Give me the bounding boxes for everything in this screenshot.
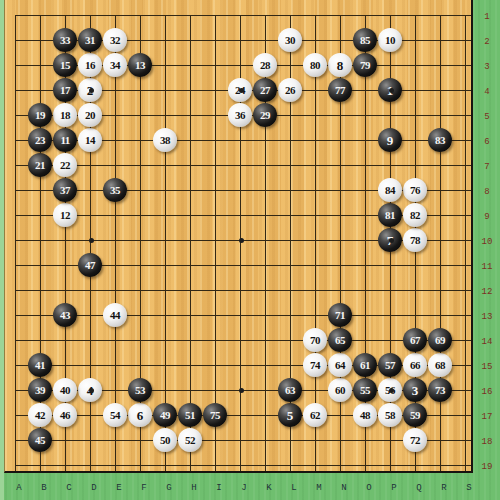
column-label: O — [357, 481, 382, 495]
stone-black-3: 3 — [403, 378, 427, 402]
move-number: 82 — [410, 210, 420, 221]
stone-black-59: 59 — [403, 403, 427, 427]
stone-white-38: 38 — [153, 128, 177, 152]
move-number: 29 — [260, 110, 270, 121]
stone-black-47: 47 — [78, 253, 102, 277]
stone-black-61: 61 — [353, 353, 377, 377]
stone-white-46: 46 — [53, 403, 77, 427]
move-number: 77 — [335, 85, 345, 96]
stone-white-14: 14 — [78, 128, 102, 152]
move-number: 36 — [235, 110, 245, 121]
row-labels: 12345678910111213141516171819 — [474, 3, 500, 478]
stone-black-39: 39 — [28, 378, 52, 402]
stone-white-58: 58 — [378, 403, 402, 427]
move-number: 39 — [35, 385, 45, 396]
go-diagram: 1234567891011121314151617181920212223242… — [0, 0, 500, 500]
column-label: A — [7, 481, 32, 495]
row-label: 2 — [474, 30, 500, 55]
stone-black-41: 41 — [28, 353, 52, 377]
stone-black-19: 19 — [28, 103, 52, 127]
stone-white-8: 8 — [328, 53, 352, 77]
row-label: 16 — [474, 380, 500, 405]
move-number: 22 — [60, 160, 70, 171]
move-number: 34 — [110, 60, 120, 71]
stone-black-65: 65 — [328, 328, 352, 352]
move-number: 41 — [35, 360, 45, 371]
row-label: 10 — [474, 230, 500, 255]
column-label: I — [207, 481, 232, 495]
stone-black-31: 31 — [78, 28, 102, 52]
stone-black-73: 73 — [428, 378, 452, 402]
row-label: 4 — [474, 80, 500, 105]
stone-black-45: 45 — [28, 428, 52, 452]
stone-black-55: 55 — [353, 378, 377, 402]
move-number: 23 — [35, 135, 45, 146]
column-labels: ABCDEFGHIJKLMNOPQRS — [7, 481, 482, 495]
move-number: 80 — [310, 60, 320, 71]
stone-white-80: 80 — [303, 53, 327, 77]
column-label: Q — [407, 481, 432, 495]
stone-white-36: 36 — [228, 103, 252, 127]
move-number: 81 — [385, 210, 395, 221]
column-label: L — [282, 481, 307, 495]
stone-white-30: 30 — [278, 28, 302, 52]
move-number: 74 — [310, 360, 320, 371]
row-label: 7 — [474, 155, 500, 180]
column-label: D — [82, 481, 107, 495]
stone-black-37: 37 — [53, 178, 77, 202]
stone-white-82: 82 — [403, 203, 427, 227]
move-number: 27 — [260, 85, 270, 96]
row-label: 17 — [474, 405, 500, 430]
stone-white-60: 60 — [328, 378, 352, 402]
star-point — [239, 238, 244, 243]
star-point — [389, 88, 394, 93]
move-number: 51 — [185, 410, 195, 421]
column-label: N — [332, 481, 357, 495]
row-label: 6 — [474, 130, 500, 155]
move-number: 16 — [85, 60, 95, 71]
move-number: 83 — [435, 135, 445, 146]
move-number: 59 — [410, 410, 420, 421]
move-number: 43 — [60, 310, 70, 321]
stone-white-6: 6 — [128, 403, 152, 427]
move-number: 73 — [435, 385, 445, 396]
stone-white-40: 40 — [53, 378, 77, 402]
stone-black-69: 69 — [428, 328, 452, 352]
stone-black-71: 71 — [328, 303, 352, 327]
stone-white-50: 50 — [153, 428, 177, 452]
move-number: 32 — [110, 35, 120, 46]
move-number: 12 — [60, 210, 70, 221]
column-label: K — [257, 481, 282, 495]
move-number: 30 — [285, 35, 295, 46]
stone-black-13: 13 — [128, 53, 152, 77]
move-number: 76 — [410, 185, 420, 196]
move-number: 50 — [160, 435, 170, 446]
stone-white-32: 32 — [103, 28, 127, 52]
move-number: 33 — [60, 35, 70, 46]
stone-white-28: 28 — [253, 53, 277, 77]
move-number: 58 — [385, 410, 395, 421]
row-label: 8 — [474, 180, 500, 205]
stone-black-75: 75 — [203, 403, 227, 427]
stone-black-15: 15 — [53, 53, 77, 77]
move-number: 55 — [360, 385, 370, 396]
stone-white-78: 78 — [403, 228, 427, 252]
row-label: 14 — [474, 330, 500, 355]
stone-black-85: 85 — [353, 28, 377, 52]
column-label: J — [232, 481, 257, 495]
stone-black-27: 27 — [253, 78, 277, 102]
stone-black-35: 35 — [103, 178, 127, 202]
column-label: B — [32, 481, 57, 495]
move-number: 52 — [185, 435, 195, 446]
stone-white-20: 20 — [78, 103, 102, 127]
stone-white-70: 70 — [303, 328, 327, 352]
stone-white-16: 16 — [78, 53, 102, 77]
star-point — [89, 88, 94, 93]
move-number: 35 — [110, 185, 120, 196]
move-number: 47 — [85, 260, 95, 271]
star-point — [239, 88, 244, 93]
move-number: 18 — [60, 110, 70, 121]
stone-black-5: 5 — [278, 403, 302, 427]
stone-white-54: 54 — [103, 403, 127, 427]
stone-white-72: 72 — [403, 428, 427, 452]
move-number: 54 — [110, 410, 120, 421]
stone-white-84: 84 — [378, 178, 402, 202]
move-number: 14 — [85, 135, 95, 146]
move-number: 57 — [385, 360, 395, 371]
move-number: 48 — [360, 410, 370, 421]
column-label: H — [182, 481, 207, 495]
move-number: 21 — [35, 160, 45, 171]
stone-white-66: 66 — [403, 353, 427, 377]
column-label: E — [107, 481, 132, 495]
row-label: 1 — [474, 5, 500, 30]
move-number: 3 — [412, 384, 419, 397]
move-number: 44 — [110, 310, 120, 321]
stone-white-52: 52 — [178, 428, 202, 452]
row-label: 19 — [474, 455, 500, 480]
star-point — [389, 238, 394, 243]
stone-black-9: 9 — [378, 128, 402, 152]
stone-white-10: 10 — [378, 28, 402, 52]
move-number: 28 — [260, 60, 270, 71]
stone-white-74: 74 — [303, 353, 327, 377]
row-label: 9 — [474, 205, 500, 230]
move-number: 79 — [360, 60, 370, 71]
row-label: 12 — [474, 280, 500, 305]
stone-black-43: 43 — [53, 303, 77, 327]
move-number: 6 — [137, 409, 144, 422]
move-number: 69 — [435, 335, 445, 346]
move-number: 53 — [135, 385, 145, 396]
column-label: R — [432, 481, 457, 495]
move-number: 85 — [360, 35, 370, 46]
move-number: 5 — [287, 409, 294, 422]
column-label: P — [382, 481, 407, 495]
star-point — [239, 388, 244, 393]
stone-black-51: 51 — [178, 403, 202, 427]
stone-white-12: 12 — [53, 203, 77, 227]
move-number: 42 — [35, 410, 45, 421]
column-label: S — [457, 481, 482, 495]
move-number: 70 — [310, 335, 320, 346]
stone-white-42: 42 — [28, 403, 52, 427]
stone-black-11: 11 — [53, 128, 77, 152]
move-number: 64 — [335, 360, 345, 371]
move-number: 49 — [160, 410, 170, 421]
column-label: M — [307, 481, 332, 495]
move-number: 65 — [335, 335, 345, 346]
stone-black-29: 29 — [253, 103, 277, 127]
move-number: 60 — [335, 385, 345, 396]
move-number: 15 — [60, 60, 70, 71]
row-label: 13 — [474, 305, 500, 330]
row-label: 18 — [474, 430, 500, 455]
move-number: 72 — [410, 435, 420, 446]
stone-black-23: 23 — [28, 128, 52, 152]
stone-white-62: 62 — [303, 403, 327, 427]
stone-black-79: 79 — [353, 53, 377, 77]
move-number: 40 — [60, 385, 70, 396]
move-number: 71 — [335, 310, 345, 321]
move-number: 63 — [285, 385, 295, 396]
move-number: 61 — [360, 360, 370, 371]
column-label: C — [57, 481, 82, 495]
move-number: 45 — [35, 435, 45, 446]
stone-white-48: 48 — [353, 403, 377, 427]
stone-white-18: 18 — [53, 103, 77, 127]
row-label: 5 — [474, 105, 500, 130]
stone-black-77: 77 — [328, 78, 352, 102]
stone-black-81: 81 — [378, 203, 402, 227]
stone-black-53: 53 — [128, 378, 152, 402]
stone-black-49: 49 — [153, 403, 177, 427]
move-number: 19 — [35, 110, 45, 121]
star-point — [89, 238, 94, 243]
stone-white-34: 34 — [103, 53, 127, 77]
star-point — [389, 388, 394, 393]
move-number: 8 — [337, 59, 344, 72]
stone-black-17: 17 — [53, 78, 77, 102]
stone-black-83: 83 — [428, 128, 452, 152]
move-number: 17 — [60, 85, 70, 96]
move-number: 75 — [210, 410, 220, 421]
stone-black-21: 21 — [28, 153, 52, 177]
move-number: 31 — [85, 35, 95, 46]
stone-black-63: 63 — [278, 378, 302, 402]
stone-white-68: 68 — [428, 353, 452, 377]
move-number: 13 — [135, 60, 145, 71]
move-number: 38 — [160, 135, 170, 146]
move-number: 68 — [435, 360, 445, 371]
move-number: 11 — [60, 135, 69, 146]
move-number: 37 — [60, 185, 70, 196]
move-number: 78 — [410, 235, 420, 246]
row-label: 15 — [474, 355, 500, 380]
move-number: 67 — [410, 335, 420, 346]
move-number: 9 — [387, 134, 394, 147]
stone-black-57: 57 — [378, 353, 402, 377]
stone-white-26: 26 — [278, 78, 302, 102]
stone-white-22: 22 — [53, 153, 77, 177]
stone-white-44: 44 — [103, 303, 127, 327]
move-number: 66 — [410, 360, 420, 371]
stone-white-64: 64 — [328, 353, 352, 377]
stone-white-76: 76 — [403, 178, 427, 202]
column-label: G — [157, 481, 182, 495]
column-label: F — [132, 481, 157, 495]
row-label: 3 — [474, 55, 500, 80]
move-number: 46 — [60, 410, 70, 421]
move-number: 10 — [385, 35, 395, 46]
move-number: 84 — [385, 185, 395, 196]
move-number: 20 — [85, 110, 95, 121]
row-label: 11 — [474, 255, 500, 280]
move-number: 26 — [285, 85, 295, 96]
stone-black-33: 33 — [53, 28, 77, 52]
move-number: 62 — [310, 410, 320, 421]
stones-layer: 1234567891011121314151617181920212223242… — [4, 3, 473, 474]
go-board: 1234567891011121314151617181920212223242… — [4, 0, 473, 473]
stone-black-67: 67 — [403, 328, 427, 352]
star-point — [89, 388, 94, 393]
